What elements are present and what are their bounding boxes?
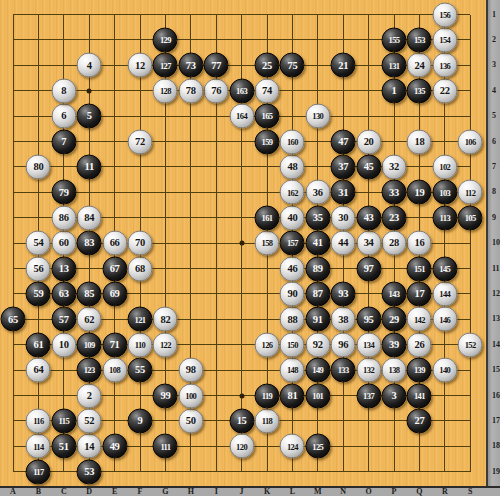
move-number: 83 xyxy=(84,238,94,249)
go-stone: 116 xyxy=(26,408,51,433)
move-number: 9 xyxy=(138,416,143,427)
go-stone: 111 xyxy=(153,434,178,459)
go-stone: 67 xyxy=(102,256,127,281)
move-number: 152 xyxy=(465,340,476,349)
go-stone: 93 xyxy=(331,281,356,306)
go-stone: 16 xyxy=(407,231,432,256)
col-label: P xyxy=(392,488,397,496)
move-number: 84 xyxy=(84,212,94,223)
move-number: 100 xyxy=(185,391,196,400)
move-number: 148 xyxy=(287,366,298,375)
move-number: 157 xyxy=(287,239,298,248)
move-number: 101 xyxy=(312,391,323,400)
move-number: 91 xyxy=(313,314,323,325)
go-stone: 59 xyxy=(26,281,51,306)
go-stone: 108 xyxy=(102,358,127,383)
move-number: 40 xyxy=(287,212,297,223)
go-stone: 34 xyxy=(356,231,381,256)
move-number: 158 xyxy=(262,239,273,248)
move-number: 162 xyxy=(287,188,298,197)
go-stone: 49 xyxy=(102,434,127,459)
move-number: 14 xyxy=(84,441,94,452)
move-number: 68 xyxy=(135,263,145,274)
go-stone: 64 xyxy=(26,358,51,383)
go-stone: 9 xyxy=(128,408,153,433)
move-number: 3 xyxy=(392,390,397,401)
go-stone: 98 xyxy=(178,358,203,383)
go-stone: 28 xyxy=(382,231,407,256)
go-stone: 75 xyxy=(280,53,305,78)
go-stone: 85 xyxy=(77,281,102,306)
move-number: 165 xyxy=(262,112,273,121)
go-stone: 162 xyxy=(280,180,305,205)
move-number: 36 xyxy=(313,187,323,198)
go-stone: 161 xyxy=(255,205,280,230)
go-stone: 135 xyxy=(407,78,432,103)
col-label: E xyxy=(112,488,117,496)
go-stone: 84 xyxy=(77,205,102,230)
move-number: 114 xyxy=(33,442,43,451)
go-stone: 113 xyxy=(432,205,457,230)
move-number: 7 xyxy=(61,136,66,147)
move-number: 33 xyxy=(389,187,399,198)
go-stone: 13 xyxy=(51,256,76,281)
move-number: 135 xyxy=(414,86,425,95)
move-number: 67 xyxy=(110,263,120,274)
go-stone: 151 xyxy=(407,256,432,281)
move-number: 126 xyxy=(262,340,273,349)
move-number: 82 xyxy=(160,314,170,325)
grid-line xyxy=(470,15,471,472)
go-stone: 39 xyxy=(382,332,407,357)
move-number: 156 xyxy=(439,10,450,19)
move-number: 96 xyxy=(338,339,348,350)
go-stone: 82 xyxy=(153,307,178,332)
col-label: A xyxy=(10,488,16,496)
move-number: 87 xyxy=(313,289,323,300)
go-stone: 79 xyxy=(51,180,76,205)
move-number: 142 xyxy=(414,315,425,324)
go-stone: 69 xyxy=(102,281,127,306)
go-stone: 99 xyxy=(153,383,178,408)
move-number: 92 xyxy=(313,339,323,350)
go-stone: 23 xyxy=(382,205,407,230)
go-stone: 124 xyxy=(280,434,305,459)
go-stone: 37 xyxy=(331,154,356,179)
go-stone: 110 xyxy=(128,332,153,357)
go-stone: 44 xyxy=(331,231,356,256)
go-stone: 146 xyxy=(432,307,457,332)
star-point xyxy=(239,393,244,398)
move-number: 102 xyxy=(439,163,450,172)
go-stone: 165 xyxy=(255,104,280,129)
go-stone: 4 xyxy=(77,53,102,78)
go-stone: 153 xyxy=(407,27,432,52)
move-number: 43 xyxy=(364,212,374,223)
go-stone: 160 xyxy=(280,129,305,154)
col-label: H xyxy=(188,488,194,496)
go-stone: 132 xyxy=(356,358,381,383)
go-stone: 7 xyxy=(51,129,76,154)
move-number: 41 xyxy=(313,238,323,249)
go-stone: 72 xyxy=(128,129,153,154)
col-label: B xyxy=(36,488,41,496)
row-label: 5 xyxy=(492,112,496,120)
col-label: M xyxy=(314,488,322,496)
move-number: 90 xyxy=(287,289,297,300)
go-stone: 101 xyxy=(305,383,330,408)
move-number: 4 xyxy=(87,60,92,71)
row-label: 14 xyxy=(492,341,500,349)
move-number: 54 xyxy=(33,238,43,249)
move-number: 128 xyxy=(160,86,171,95)
move-number: 59 xyxy=(33,289,43,300)
row-label: 18 xyxy=(492,442,500,450)
move-number: 51 xyxy=(59,441,69,452)
go-stone: 155 xyxy=(382,27,407,52)
move-number: 161 xyxy=(262,213,273,222)
move-number: 78 xyxy=(186,85,196,96)
go-kifu-screen: 1234567891011121314151617181920212223242… xyxy=(0,0,500,496)
move-number: 32 xyxy=(389,162,399,173)
move-number: 98 xyxy=(186,365,196,376)
go-stone: 14 xyxy=(77,434,102,459)
move-number: 19 xyxy=(414,187,424,198)
move-number: 12 xyxy=(135,60,145,71)
go-stone: 6 xyxy=(51,104,76,129)
row-label: 9 xyxy=(492,214,496,222)
move-number: 25 xyxy=(262,60,272,71)
go-stone: 127 xyxy=(153,53,178,78)
move-number: 76 xyxy=(211,85,221,96)
row-label: 12 xyxy=(492,290,500,298)
move-number: 22 xyxy=(440,85,450,96)
go-stone: 156 xyxy=(432,2,457,27)
go-stone: 63 xyxy=(51,281,76,306)
go-stone: 47 xyxy=(331,129,356,154)
move-number: 39 xyxy=(389,339,399,350)
go-stone: 30 xyxy=(331,205,356,230)
move-number: 159 xyxy=(262,137,273,146)
move-number: 50 xyxy=(186,416,196,427)
go-stone: 19 xyxy=(407,180,432,205)
go-stone: 158 xyxy=(255,231,280,256)
go-stone: 26 xyxy=(407,332,432,357)
move-number: 71 xyxy=(110,339,120,350)
row-label: 6 xyxy=(492,138,496,146)
go-stone: 126 xyxy=(255,332,280,357)
move-number: 81 xyxy=(287,390,297,401)
go-stone: 97 xyxy=(356,256,381,281)
col-label: R xyxy=(442,488,448,496)
go-stone: 41 xyxy=(305,231,330,256)
go-stone: 91 xyxy=(305,307,330,332)
go-stone: 74 xyxy=(255,78,280,103)
go-stone: 45 xyxy=(356,154,381,179)
move-number: 139 xyxy=(414,366,425,375)
move-number: 57 xyxy=(59,314,69,325)
go-stone: 40 xyxy=(280,205,305,230)
move-number: 145 xyxy=(439,264,450,273)
col-label: C xyxy=(61,488,67,496)
move-number: 6 xyxy=(61,111,66,122)
go-stone: 48 xyxy=(280,154,305,179)
go-stone: 150 xyxy=(280,332,305,357)
move-number: 52 xyxy=(84,416,94,427)
move-number: 74 xyxy=(262,85,272,96)
row-label: 19 xyxy=(492,468,500,476)
go-stone: 129 xyxy=(153,27,178,52)
col-label: K xyxy=(264,488,270,496)
go-stone: 149 xyxy=(305,358,330,383)
move-number: 8 xyxy=(61,85,66,96)
col-label: F xyxy=(138,488,143,496)
go-stone: 145 xyxy=(432,256,457,281)
go-stone: 60 xyxy=(51,231,76,256)
star-point xyxy=(87,88,92,93)
go-stone: 21 xyxy=(331,53,356,78)
move-number: 46 xyxy=(287,263,297,274)
move-number: 112 xyxy=(465,188,475,197)
move-number: 110 xyxy=(135,340,145,349)
go-stone: 100 xyxy=(178,383,203,408)
move-number: 120 xyxy=(236,442,247,451)
go-stone: 8 xyxy=(51,78,76,103)
move-number: 149 xyxy=(312,366,323,375)
go-stone: 29 xyxy=(382,307,407,332)
go-board[interactable]: 1234567891011121314151617181920212223242… xyxy=(0,0,486,486)
move-number: 20 xyxy=(364,136,374,147)
move-number: 97 xyxy=(364,263,374,274)
move-number: 29 xyxy=(389,314,399,325)
move-number: 89 xyxy=(313,263,323,274)
star-point xyxy=(239,241,244,246)
go-stone: 62 xyxy=(77,307,102,332)
go-stone: 92 xyxy=(305,332,330,357)
move-number: 133 xyxy=(338,366,349,375)
go-stone: 103 xyxy=(432,180,457,205)
go-stone: 78 xyxy=(178,78,203,103)
go-stone: 43 xyxy=(356,205,381,230)
move-number: 75 xyxy=(287,60,297,71)
go-stone: 31 xyxy=(331,180,356,205)
move-number: 5 xyxy=(87,111,92,122)
move-number: 116 xyxy=(33,417,43,426)
go-stone: 32 xyxy=(382,154,407,179)
go-stone: 73 xyxy=(178,53,203,78)
col-label: D xyxy=(86,488,92,496)
go-stone: 142 xyxy=(407,307,432,332)
go-stone: 133 xyxy=(331,358,356,383)
go-stone: 76 xyxy=(204,78,229,103)
go-stone: 22 xyxy=(432,78,457,103)
go-stone: 109 xyxy=(77,332,102,357)
move-number: 13 xyxy=(59,263,69,274)
col-label: O xyxy=(365,488,371,496)
go-stone: 70 xyxy=(128,231,153,256)
move-number: 53 xyxy=(84,466,94,477)
go-stone: 80 xyxy=(26,154,51,179)
right-coordinate-strip: 12345678910111213141516171819 xyxy=(486,0,500,486)
go-stone: 152 xyxy=(458,332,483,357)
go-stone: 90 xyxy=(280,281,305,306)
row-label: 16 xyxy=(492,392,500,400)
go-stone: 131 xyxy=(382,53,407,78)
go-stone: 81 xyxy=(280,383,305,408)
move-number: 37 xyxy=(338,162,348,173)
move-number: 86 xyxy=(59,212,69,223)
go-stone: 83 xyxy=(77,231,102,256)
go-stone: 27 xyxy=(407,408,432,433)
move-number: 66 xyxy=(110,238,120,249)
row-label: 8 xyxy=(492,188,496,196)
move-number: 77 xyxy=(211,60,221,71)
go-stone: 56 xyxy=(26,256,51,281)
move-number: 117 xyxy=(33,467,43,476)
move-number: 64 xyxy=(33,365,43,376)
go-stone: 115 xyxy=(51,408,76,433)
move-number: 11 xyxy=(85,162,94,173)
move-number: 118 xyxy=(262,417,272,426)
go-stone: 36 xyxy=(305,180,330,205)
go-stone: 61 xyxy=(26,332,51,357)
move-number: 164 xyxy=(236,112,247,121)
go-stone: 86 xyxy=(51,205,76,230)
move-number: 95 xyxy=(364,314,374,325)
go-stone: 20 xyxy=(356,129,381,154)
grid-line xyxy=(13,268,470,269)
go-stone: 123 xyxy=(77,358,102,383)
go-stone: 68 xyxy=(128,256,153,281)
go-stone: 95 xyxy=(356,307,381,332)
move-number: 150 xyxy=(287,340,298,349)
move-number: 34 xyxy=(364,238,374,249)
move-number: 105 xyxy=(465,213,476,222)
row-label: 13 xyxy=(492,315,500,323)
move-number: 123 xyxy=(84,366,95,375)
go-stone: 5 xyxy=(77,104,102,129)
row-label: 2 xyxy=(492,36,496,44)
go-stone: 46 xyxy=(280,256,305,281)
move-number: 163 xyxy=(236,86,247,95)
row-label: 17 xyxy=(492,417,500,425)
go-stone: 18 xyxy=(407,129,432,154)
go-stone: 134 xyxy=(356,332,381,357)
go-stone: 128 xyxy=(153,78,178,103)
go-stone: 3 xyxy=(382,383,407,408)
move-number: 48 xyxy=(287,162,297,173)
move-number: 141 xyxy=(414,391,425,400)
go-stone: 2 xyxy=(77,383,102,408)
go-stone: 53 xyxy=(77,459,102,484)
move-number: 88 xyxy=(287,314,297,325)
move-number: 85 xyxy=(84,289,94,300)
move-number: 15 xyxy=(237,416,247,427)
col-label: Q xyxy=(416,488,422,496)
move-number: 125 xyxy=(312,442,323,451)
go-stone: 10 xyxy=(51,332,76,357)
move-number: 27 xyxy=(414,416,424,427)
move-number: 151 xyxy=(414,264,425,273)
move-number: 38 xyxy=(338,314,348,325)
move-number: 47 xyxy=(338,136,348,147)
move-number: 113 xyxy=(440,213,450,222)
go-stone: 112 xyxy=(458,180,483,205)
go-stone: 144 xyxy=(432,281,457,306)
col-label: S xyxy=(468,488,472,496)
go-stone: 71 xyxy=(102,332,127,357)
move-number: 61 xyxy=(33,339,43,350)
col-label: G xyxy=(162,488,168,496)
move-number: 121 xyxy=(135,315,146,324)
go-stone: 65 xyxy=(1,307,26,332)
go-stone: 105 xyxy=(458,205,483,230)
go-stone: 122 xyxy=(153,332,178,357)
move-number: 23 xyxy=(389,212,399,223)
move-number: 1 xyxy=(392,85,397,96)
move-number: 119 xyxy=(262,391,272,400)
col-label: I xyxy=(215,488,218,496)
move-number: 132 xyxy=(363,366,374,375)
go-stone: 120 xyxy=(229,434,254,459)
row-label: 4 xyxy=(492,87,496,95)
go-stone: 17 xyxy=(407,281,432,306)
move-number: 154 xyxy=(439,36,450,45)
go-stone: 138 xyxy=(382,358,407,383)
go-stone: 50 xyxy=(178,408,203,433)
go-stone: 38 xyxy=(331,307,356,332)
row-label: 15 xyxy=(492,366,500,374)
col-label: L xyxy=(290,488,295,496)
move-number: 45 xyxy=(364,162,374,173)
go-stone: 11 xyxy=(77,154,102,179)
go-stone: 24 xyxy=(407,53,432,78)
move-number: 31 xyxy=(338,187,348,198)
move-number: 138 xyxy=(389,366,400,375)
bottom-coordinate-strip: ABCDEFGHIJKLMNOPQRS xyxy=(0,486,500,496)
row-label: 10 xyxy=(492,239,500,247)
move-number: 109 xyxy=(84,340,95,349)
go-stone: 117 xyxy=(26,459,51,484)
move-number: 103 xyxy=(439,188,450,197)
go-stone: 163 xyxy=(229,78,254,103)
col-label: N xyxy=(340,488,346,496)
go-stone: 12 xyxy=(128,53,153,78)
move-number: 93 xyxy=(338,289,348,300)
go-stone: 66 xyxy=(102,231,127,256)
move-number: 143 xyxy=(389,290,400,299)
move-number: 73 xyxy=(186,60,196,71)
go-stone: 154 xyxy=(432,27,457,52)
go-stone: 55 xyxy=(128,358,153,383)
move-number: 65 xyxy=(8,314,18,325)
move-number: 146 xyxy=(439,315,450,324)
move-number: 17 xyxy=(414,289,424,300)
move-number: 69 xyxy=(110,289,120,300)
go-stone: 51 xyxy=(51,434,76,459)
move-number: 134 xyxy=(363,340,374,349)
move-number: 122 xyxy=(160,340,171,349)
go-stone: 35 xyxy=(305,205,330,230)
go-stone: 1 xyxy=(382,78,407,103)
go-stone: 87 xyxy=(305,281,330,306)
go-stone: 121 xyxy=(128,307,153,332)
col-label: J xyxy=(240,488,244,496)
move-number: 155 xyxy=(389,36,400,45)
go-stone: 164 xyxy=(229,104,254,129)
move-number: 130 xyxy=(312,112,323,121)
go-stone: 143 xyxy=(382,281,407,306)
